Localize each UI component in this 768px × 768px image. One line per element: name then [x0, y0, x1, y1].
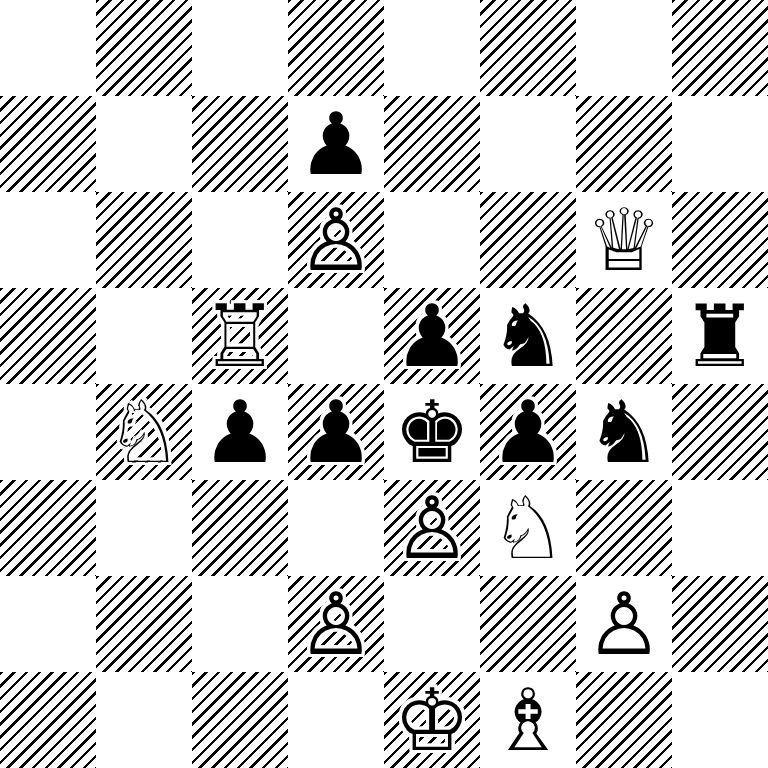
piece-black-pawn-f4[interactable]: ♟ [489, 384, 566, 480]
square-a8[interactable] [0, 0, 96, 96]
piece-white-knight-f3[interactable]: ♘ [489, 480, 566, 576]
square-c6[interactable] [192, 192, 288, 288]
square-e7[interactable] [384, 96, 480, 192]
square-d2[interactable]: ♙ [288, 576, 384, 672]
square-d5[interactable] [288, 288, 384, 384]
square-h5[interactable]: ♜ [672, 288, 768, 384]
square-g2[interactable]: ♙ [576, 576, 672, 672]
square-b5[interactable] [96, 288, 192, 384]
piece-white-pawn-d6[interactable]: ♙ [297, 192, 374, 288]
piece-white-pawn-e3[interactable]: ♙ [393, 480, 470, 576]
square-d4[interactable]: ♟ [288, 384, 384, 480]
piece-black-pawn-d4[interactable]: ♟ [297, 384, 374, 480]
square-c4[interactable]: ♟ [192, 384, 288, 480]
square-g8[interactable] [576, 0, 672, 96]
piece-white-rook-c5[interactable]: ♖ [201, 288, 278, 384]
piece-white-queen-g6[interactable]: ♕ [585, 192, 662, 288]
square-g3[interactable] [576, 480, 672, 576]
piece-white-pawn-d2[interactable]: ♙ [297, 576, 374, 672]
square-a4[interactable] [0, 384, 96, 480]
square-g6[interactable]: ♕ [576, 192, 672, 288]
square-c8[interactable] [192, 0, 288, 96]
square-b2[interactable] [96, 576, 192, 672]
square-f4[interactable]: ♟ [480, 384, 576, 480]
square-f2[interactable] [480, 576, 576, 672]
piece-white-king-e1[interactable]: ♔ [393, 672, 470, 768]
piece-black-king-e4[interactable]: ♚ [393, 384, 470, 480]
square-f7[interactable] [480, 96, 576, 192]
square-b7[interactable] [96, 96, 192, 192]
piece-white-knight-b4[interactable]: ♘ [105, 384, 182, 480]
square-h2[interactable] [672, 576, 768, 672]
square-d7[interactable]: ♟ [288, 96, 384, 192]
square-f6[interactable] [480, 192, 576, 288]
square-h8[interactable] [672, 0, 768, 96]
square-h4[interactable] [672, 384, 768, 480]
square-a1[interactable] [0, 672, 96, 768]
square-g7[interactable] [576, 96, 672, 192]
chess-board: ♟♙♕♖♟♞♜♘♟♟♚♟♞♙♘♙♙♔♗ [0, 0, 768, 768]
piece-black-pawn-e5[interactable]: ♟ [393, 288, 470, 384]
square-h6[interactable] [672, 192, 768, 288]
square-g4[interactable]: ♞ [576, 384, 672, 480]
square-h7[interactable] [672, 96, 768, 192]
square-c1[interactable] [192, 672, 288, 768]
square-e2[interactable] [384, 576, 480, 672]
square-f1[interactable]: ♗ [480, 672, 576, 768]
square-b6[interactable] [96, 192, 192, 288]
square-h3[interactable] [672, 480, 768, 576]
square-b3[interactable] [96, 480, 192, 576]
piece-black-rook-h5[interactable]: ♜ [681, 288, 758, 384]
square-b1[interactable] [96, 672, 192, 768]
square-g5[interactable] [576, 288, 672, 384]
square-e5[interactable]: ♟ [384, 288, 480, 384]
piece-white-bishop-f1[interactable]: ♗ [489, 672, 566, 768]
square-f3[interactable]: ♘ [480, 480, 576, 576]
square-d6[interactable]: ♙ [288, 192, 384, 288]
square-e3[interactable]: ♙ [384, 480, 480, 576]
piece-black-knight-f5[interactable]: ♞ [489, 288, 566, 384]
piece-black-pawn-d7[interactable]: ♟ [297, 96, 374, 192]
square-c2[interactable] [192, 576, 288, 672]
square-g1[interactable] [576, 672, 672, 768]
square-e6[interactable] [384, 192, 480, 288]
square-b4[interactable]: ♘ [96, 384, 192, 480]
piece-white-pawn-g2[interactable]: ♙ [585, 576, 662, 672]
square-f8[interactable] [480, 0, 576, 96]
square-h1[interactable] [672, 672, 768, 768]
square-a3[interactable] [0, 480, 96, 576]
square-e4[interactable]: ♚ [384, 384, 480, 480]
square-d8[interactable] [288, 0, 384, 96]
square-a7[interactable] [0, 96, 96, 192]
square-e1[interactable]: ♔ [384, 672, 480, 768]
square-c3[interactable] [192, 480, 288, 576]
square-d1[interactable] [288, 672, 384, 768]
square-c7[interactable] [192, 96, 288, 192]
piece-black-pawn-c4[interactable]: ♟ [201, 384, 278, 480]
piece-black-knight-g4[interactable]: ♞ [585, 384, 662, 480]
square-b8[interactable] [96, 0, 192, 96]
square-e8[interactable] [384, 0, 480, 96]
square-a6[interactable] [0, 192, 96, 288]
square-a2[interactable] [0, 576, 96, 672]
square-f5[interactable]: ♞ [480, 288, 576, 384]
square-c5[interactable]: ♖ [192, 288, 288, 384]
square-d3[interactable] [288, 480, 384, 576]
square-a5[interactable] [0, 288, 96, 384]
